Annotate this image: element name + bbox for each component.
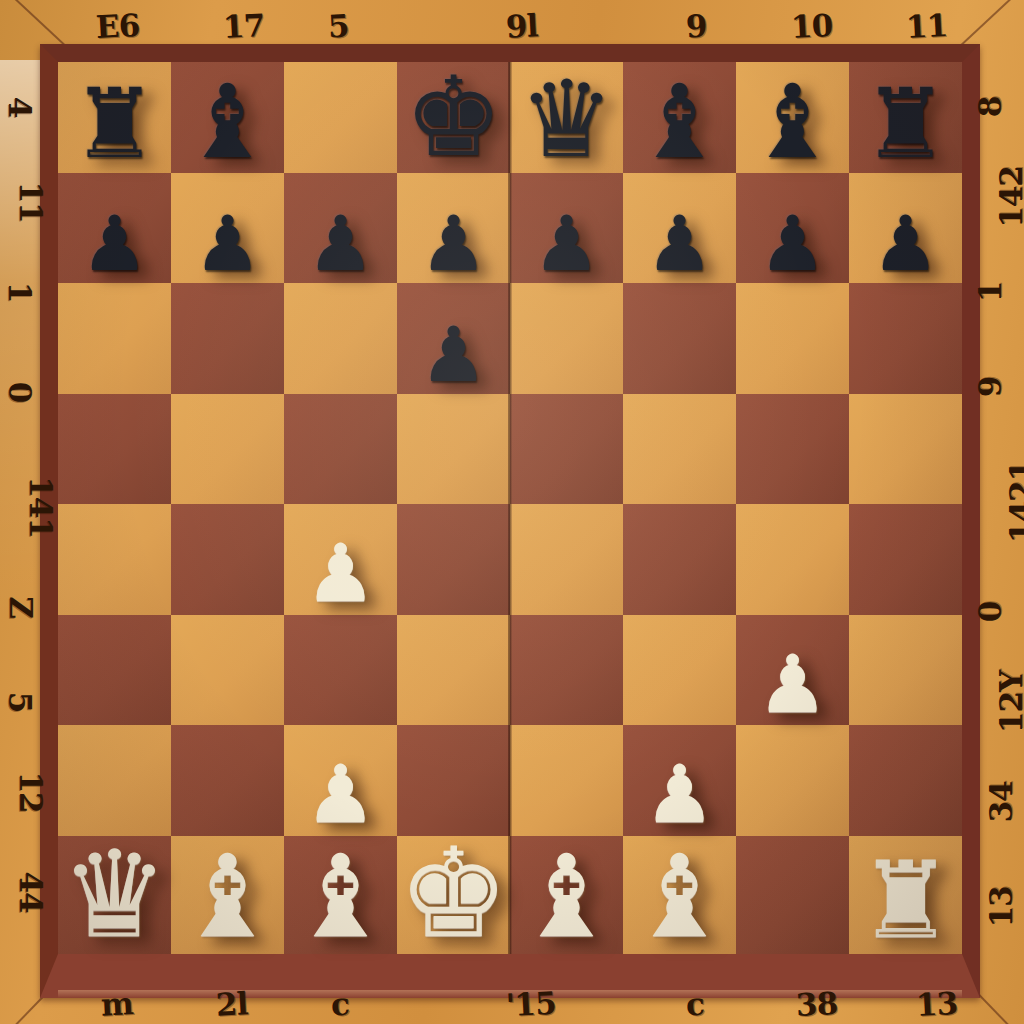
- white-pawn[interactable]: ♟: [305, 537, 377, 611]
- square-d8[interactable]: ♚: [397, 62, 510, 173]
- square-c2[interactable]: ♟: [284, 725, 397, 836]
- square-g7[interactable]: ♟: [736, 173, 849, 284]
- frame-label-bottom-4: '15: [505, 985, 556, 1024]
- frame-label-right-3: 1: [972, 282, 1008, 303]
- frame-label-left-5: 141: [23, 476, 59, 538]
- square-d2[interactable]: [397, 725, 510, 836]
- frame-label-left-9: 44: [13, 871, 49, 912]
- square-g6[interactable]: [736, 283, 849, 394]
- square-d4[interactable]: [397, 504, 510, 615]
- square-c4[interactable]: ♟: [284, 504, 397, 615]
- square-a1[interactable]: ♛: [58, 836, 171, 954]
- frame-label-right-5: 1421: [1003, 461, 1024, 543]
- square-g2[interactable]: [736, 725, 849, 836]
- black-bishop[interactable]: ♝: [634, 75, 725, 169]
- square-d3[interactable]: [397, 615, 510, 726]
- white-rook[interactable]: ♜: [858, 852, 953, 950]
- square-e2[interactable]: [510, 725, 623, 836]
- frame-label-left-2: 11: [13, 181, 49, 222]
- square-c7[interactable]: ♟: [284, 173, 397, 284]
- frame-label-left-6: Z: [3, 596, 39, 618]
- black-pawn[interactable]: ♟: [645, 209, 713, 279]
- square-a7[interactable]: ♟: [58, 173, 171, 284]
- black-pawn[interactable]: ♟: [80, 209, 148, 279]
- square-f4[interactable]: [623, 504, 736, 615]
- square-f3[interactable]: [623, 615, 736, 726]
- black-pawn[interactable]: ♟: [871, 209, 939, 279]
- square-d5[interactable]: [397, 394, 510, 505]
- square-b3[interactable]: [171, 615, 284, 726]
- frame-label-left-1: 4: [2, 97, 38, 118]
- frame-label-bottom-6: 38: [795, 985, 838, 1023]
- square-b6[interactable]: [171, 283, 284, 394]
- square-h4[interactable]: [849, 504, 962, 615]
- square-h7[interactable]: ♟: [849, 173, 962, 284]
- black-rook[interactable]: ♜: [71, 80, 157, 168]
- frame-label-left-3: 1: [2, 282, 38, 303]
- square-f5[interactable]: [623, 394, 736, 505]
- frame-label-top-1: E6: [95, 7, 140, 45]
- frame-label-top-7: 11: [905, 7, 948, 45]
- square-f1[interactable]: ♝: [623, 836, 736, 954]
- square-g4[interactable]: [736, 504, 849, 615]
- black-pawn[interactable]: ♟: [758, 209, 826, 279]
- square-h2[interactable]: [849, 725, 962, 836]
- square-g5[interactable]: [736, 394, 849, 505]
- frame-label-bottom-5: c: [685, 986, 705, 1023]
- square-f8[interactable]: ♝: [623, 62, 736, 173]
- frame-label-bottom-2: 2l: [215, 985, 248, 1023]
- black-pawn[interactable]: ♟: [193, 209, 261, 279]
- frame-label-bottom-7: 13: [915, 985, 958, 1023]
- square-g3[interactable]: ♟: [736, 615, 849, 726]
- square-c1[interactable]: ♝: [284, 836, 397, 954]
- frame-label-top-3: 5: [327, 7, 349, 44]
- frame-label-right-6: 0: [972, 602, 1008, 623]
- frame-label-right-2: 142: [993, 166, 1024, 228]
- square-e6[interactable]: [510, 283, 623, 394]
- square-e7[interactable]: ♟: [510, 173, 623, 284]
- square-e5[interactable]: [510, 394, 623, 505]
- square-a3[interactable]: [58, 615, 171, 726]
- square-a6[interactable]: [58, 283, 171, 394]
- frame-label-top-2: 17: [222, 7, 265, 45]
- square-h3[interactable]: [849, 615, 962, 726]
- square-e1[interactable]: ♝: [510, 836, 623, 954]
- white-bishop[interactable]: ♝: [628, 845, 730, 950]
- square-b4[interactable]: [171, 504, 284, 615]
- square-h1[interactable]: ♜: [849, 836, 962, 954]
- square-b7[interactable]: ♟: [171, 173, 284, 284]
- square-h8[interactable]: ♜: [849, 62, 962, 173]
- square-a8[interactable]: ♜: [58, 62, 171, 173]
- square-a5[interactable]: [58, 394, 171, 505]
- square-a4[interactable]: [58, 504, 171, 615]
- square-c3[interactable]: [284, 615, 397, 726]
- square-b8[interactable]: ♝: [171, 62, 284, 173]
- frame-label-right-7: 12Y: [993, 671, 1024, 733]
- square-c8[interactable]: [284, 62, 397, 173]
- white-queen[interactable]: ♛: [61, 840, 169, 950]
- square-d6[interactable]: ♟: [397, 283, 510, 394]
- frame-label-right-1: 8: [972, 97, 1008, 118]
- square-b2[interactable]: [171, 725, 284, 836]
- black-queen[interactable]: ♛: [519, 71, 614, 169]
- frame-label-top-4: 9l: [505, 7, 538, 45]
- square-f7[interactable]: ♟: [623, 173, 736, 284]
- chess-scene: ♜♝♚♛♝♝♜♟♟♟♟♟♟♟♟♟♟♟♟♟♛♝♝♚♝♝♜ E61759l91011…: [0, 0, 1024, 1024]
- square-h5[interactable]: [849, 394, 962, 505]
- square-f2[interactable]: ♟: [623, 725, 736, 836]
- frame-label-bottom-3: c: [330, 986, 350, 1023]
- square-b5[interactable]: [171, 394, 284, 505]
- square-h6[interactable]: [849, 283, 962, 394]
- black-bishop[interactable]: ♝: [747, 75, 838, 169]
- white-pawn[interactable]: ♟: [305, 758, 377, 832]
- white-bishop[interactable]: ♝: [515, 845, 617, 950]
- square-e3[interactable]: [510, 615, 623, 726]
- white-king[interactable]: ♚: [398, 836, 509, 950]
- white-bishop[interactable]: ♝: [289, 845, 391, 950]
- board-center-seam: [508, 62, 512, 954]
- square-a2[interactable]: [58, 725, 171, 836]
- black-pawn[interactable]: ♟: [419, 320, 487, 390]
- frame-label-top-5: 9: [685, 7, 707, 44]
- square-f6[interactable]: [623, 283, 736, 394]
- frame-label-right-4: 9: [972, 377, 1008, 398]
- square-d7[interactable]: ♟: [397, 173, 510, 284]
- square-e8[interactable]: ♛: [510, 62, 623, 173]
- square-b1[interactable]: ♝: [171, 836, 284, 954]
- white-pawn[interactable]: ♟: [644, 758, 716, 832]
- black-bishop[interactable]: ♝: [182, 75, 273, 169]
- square-g8[interactable]: ♝: [736, 62, 849, 173]
- frame-label-right-9: 13: [983, 886, 1019, 927]
- black-king[interactable]: ♚: [404, 67, 503, 168]
- frame-label-left-8: 12: [13, 771, 49, 812]
- square-g1[interactable]: [736, 836, 849, 954]
- frame-label-right-8: 34: [983, 781, 1019, 822]
- frame-label-top-6: 10: [790, 7, 833, 45]
- square-c5[interactable]: [284, 394, 397, 505]
- white-pawn[interactable]: ♟: [757, 648, 829, 722]
- frame-label-left-4: 0: [2, 382, 38, 403]
- square-c6[interactable]: [284, 283, 397, 394]
- square-d1[interactable]: ♚: [397, 836, 510, 954]
- black-pawn[interactable]: ♟: [306, 209, 374, 279]
- frame-label-bottom-1: m: [100, 985, 134, 1023]
- white-bishop[interactable]: ♝: [176, 845, 278, 950]
- frame-label-left-7: 5: [2, 692, 38, 713]
- square-e4[interactable]: [510, 504, 623, 615]
- black-pawn[interactable]: ♟: [532, 209, 600, 279]
- black-rook[interactable]: ♜: [862, 80, 948, 168]
- black-pawn[interactable]: ♟: [419, 209, 487, 279]
